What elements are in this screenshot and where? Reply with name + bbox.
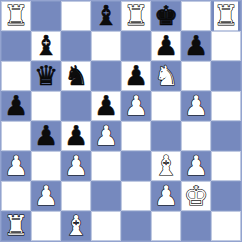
black-king-icon: ♚ (154, 2, 178, 29)
white-pawn-icon: ♟ (34, 182, 58, 209)
square-c5[interactable] (61, 91, 91, 121)
black-knight-icon: ♞ (64, 62, 88, 89)
square-h1[interactable] (211, 211, 241, 241)
square-c7[interactable] (61, 31, 91, 61)
white-pawn-icon: ♟ (184, 152, 208, 179)
black-bishop-icon: ♝ (94, 2, 118, 29)
square-g5[interactable]: ♟ (181, 91, 211, 121)
square-a7[interactable] (1, 31, 31, 61)
square-h7[interactable] (211, 31, 241, 61)
white-pawn-icon: ♟ (64, 152, 88, 179)
square-c6[interactable]: ♞ (61, 61, 91, 91)
square-h4[interactable] (211, 121, 241, 151)
square-e1[interactable] (121, 211, 151, 241)
square-e7[interactable] (121, 31, 151, 61)
square-f5[interactable] (151, 91, 181, 121)
black-queen-icon: ♛ (34, 62, 58, 89)
square-h2[interactable] (211, 181, 241, 211)
black-bishop-icon: ♝ (34, 32, 58, 59)
square-h5[interactable] (211, 91, 241, 121)
square-g1[interactable] (181, 211, 211, 241)
square-h6[interactable] (211, 61, 241, 91)
black-pawn-icon: ♟ (4, 92, 28, 119)
white-bishop-icon: ♝ (154, 152, 178, 179)
square-b3[interactable] (31, 151, 61, 181)
square-f3[interactable]: ♝ (151, 151, 181, 181)
square-a2[interactable] (1, 181, 31, 211)
black-pawn-icon: ♟ (64, 122, 88, 149)
square-f1[interactable] (151, 211, 181, 241)
square-b2[interactable]: ♟ (31, 181, 61, 211)
square-h3[interactable] (211, 151, 241, 181)
square-e2[interactable] (121, 181, 151, 211)
square-c2[interactable] (61, 181, 91, 211)
square-d2[interactable] (91, 181, 121, 211)
square-c1[interactable]: ♝ (61, 211, 91, 241)
chess-board: ♜♝♜♚♜♝♟♟♛♞♟♞♟♟♟♟♟♟♟♟♟♝♟♟♟♚♜♝ (0, 0, 242, 242)
white-bishop-icon: ♝ (64, 212, 88, 239)
square-g6[interactable] (181, 61, 211, 91)
white-rook-icon: ♜ (124, 2, 148, 29)
square-c3[interactable]: ♟ (61, 151, 91, 181)
white-rook-icon: ♜ (4, 2, 28, 29)
black-pawn-icon: ♟ (184, 32, 208, 59)
square-d4[interactable]: ♟ (91, 121, 121, 151)
square-d1[interactable] (91, 211, 121, 241)
white-pawn-icon: ♟ (154, 182, 178, 209)
square-b7[interactable]: ♝ (31, 31, 61, 61)
square-a8[interactable]: ♜ (1, 1, 31, 31)
white-rook-icon: ♜ (4, 212, 28, 239)
square-b4[interactable]: ♟ (31, 121, 61, 151)
square-g2[interactable]: ♚ (181, 181, 211, 211)
square-b1[interactable] (31, 211, 61, 241)
white-rook-icon: ♜ (214, 2, 238, 29)
square-h8[interactable]: ♜ (211, 1, 241, 31)
square-f8[interactable]: ♚ (151, 1, 181, 31)
black-pawn-icon: ♟ (94, 92, 118, 119)
square-d8[interactable]: ♝ (91, 1, 121, 31)
square-f7[interactable]: ♟ (151, 31, 181, 61)
square-g8[interactable] (181, 1, 211, 31)
white-pawn-icon: ♟ (4, 152, 28, 179)
square-c4[interactable]: ♟ (61, 121, 91, 151)
square-a5[interactable]: ♟ (1, 91, 31, 121)
square-d5[interactable]: ♟ (91, 91, 121, 121)
square-a4[interactable] (1, 121, 31, 151)
black-pawn-icon: ♟ (34, 122, 58, 149)
square-f6[interactable]: ♞ (151, 61, 181, 91)
square-a1[interactable]: ♜ (1, 211, 31, 241)
white-pawn-icon: ♟ (94, 122, 118, 149)
white-pawn-icon: ♟ (124, 92, 148, 119)
square-a3[interactable]: ♟ (1, 151, 31, 181)
black-pawn-icon: ♟ (124, 62, 148, 89)
square-b6[interactable]: ♛ (31, 61, 61, 91)
square-g4[interactable] (181, 121, 211, 151)
white-king-icon: ♚ (184, 182, 208, 209)
square-b8[interactable] (31, 1, 61, 31)
white-knight-icon: ♞ (154, 62, 178, 89)
square-f4[interactable] (151, 121, 181, 151)
square-c8[interactable] (61, 1, 91, 31)
square-e8[interactable]: ♜ (121, 1, 151, 31)
square-e3[interactable] (121, 151, 151, 181)
square-e5[interactable]: ♟ (121, 91, 151, 121)
square-f2[interactable]: ♟ (151, 181, 181, 211)
square-d3[interactable] (91, 151, 121, 181)
black-pawn-icon: ♟ (154, 32, 178, 59)
square-g7[interactable]: ♟ (181, 31, 211, 61)
square-e6[interactable]: ♟ (121, 61, 151, 91)
square-b5[interactable] (31, 91, 61, 121)
square-e4[interactable] (121, 121, 151, 151)
square-g3[interactable]: ♟ (181, 151, 211, 181)
square-a6[interactable] (1, 61, 31, 91)
square-d7[interactable] (91, 31, 121, 61)
square-d6[interactable] (91, 61, 121, 91)
white-pawn-icon: ♟ (184, 92, 208, 119)
